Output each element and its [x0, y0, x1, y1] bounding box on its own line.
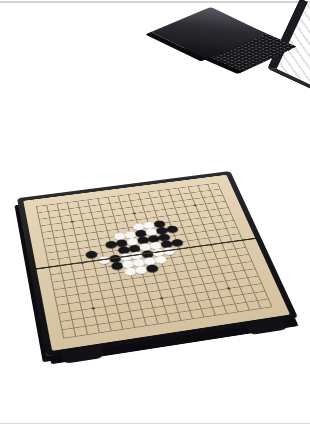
bottom-divider-line [0, 423, 310, 424]
product-photo-canvas: ●●●●●●●●●●●●●●●●●●●●●●●●●●●●●●●●●●●●● [0, 0, 310, 430]
go-board: ●●●●●●●●●●●●●●●●●●●●●●●●●●●●●●●●●●●●● [17, 171, 298, 357]
star-point [92, 307, 96, 310]
star-point [70, 221, 73, 223]
board-foot-right [246, 319, 288, 335]
board-frame: ●●●●●●●●●●●●●●●●●●●●●●●●●●●●●●●●●●●●● [17, 171, 298, 357]
top-divider-line [0, 1, 310, 3]
star-point [160, 297, 164, 300]
board-foot-left [62, 347, 104, 364]
star-point [194, 204, 197, 206]
star-point [133, 212, 136, 214]
star-point [227, 287, 231, 290]
black-stone: ● [145, 264, 158, 273]
goban-grid: ●●●●●●●●●●●●●●●●●●●●●●●●●●●●●●●●●●●●● [31, 179, 280, 343]
